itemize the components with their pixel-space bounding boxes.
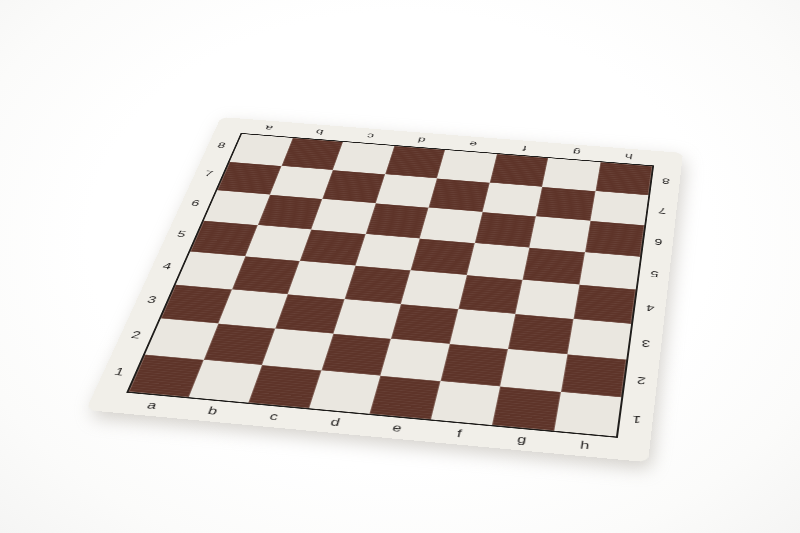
square-f4 bbox=[458, 275, 523, 314]
square-g6 bbox=[529, 216, 590, 252]
square-h5 bbox=[579, 252, 640, 289]
file-label-bottom-e: e bbox=[391, 423, 403, 434]
square-d6 bbox=[365, 203, 428, 238]
square-d2 bbox=[321, 334, 391, 376]
square-d8 bbox=[385, 146, 445, 178]
rank-label-left-4: 4 bbox=[161, 262, 173, 271]
rank-label-right-5: 5 bbox=[650, 269, 659, 278]
rank-label-left-5: 5 bbox=[176, 230, 187, 239]
square-d4 bbox=[344, 266, 410, 304]
square-h4 bbox=[573, 285, 636, 324]
square-e7 bbox=[429, 178, 490, 212]
square-h7 bbox=[590, 191, 648, 225]
rank-label-right-7: 7 bbox=[658, 206, 667, 214]
square-f7 bbox=[482, 182, 542, 216]
square-d1 bbox=[309, 370, 381, 414]
chessboard-mat: aabbccddeeffgghh8877665544332211 bbox=[86, 117, 683, 462]
square-d3 bbox=[333, 299, 401, 339]
square-e1 bbox=[369, 375, 440, 419]
square-h2 bbox=[561, 354, 627, 397]
square-e5 bbox=[411, 238, 475, 275]
rank-label-right-6: 6 bbox=[654, 237, 663, 246]
square-g4 bbox=[515, 280, 579, 319]
square-d5 bbox=[355, 234, 420, 271]
square-h1 bbox=[554, 392, 621, 437]
file-label-bottom-g: g bbox=[516, 434, 527, 445]
file-label-bottom-h: h bbox=[579, 440, 590, 451]
file-label-top-h: h bbox=[625, 152, 634, 160]
square-g1 bbox=[492, 386, 561, 431]
file-label-bottom-f: f bbox=[456, 429, 463, 440]
file-label-bottom-c: c bbox=[268, 411, 279, 422]
square-h8 bbox=[595, 162, 652, 195]
rank-label-right-2: 2 bbox=[636, 375, 646, 386]
photo-background: aabbccddeeffgghh8877665544332211 bbox=[0, 0, 800, 533]
file-label-bottom-b: b bbox=[206, 406, 219, 417]
square-c6 bbox=[311, 199, 375, 234]
square-f8 bbox=[489, 154, 548, 187]
square-e4 bbox=[401, 270, 466, 308]
board-grid bbox=[126, 133, 654, 438]
rank-label-left-7: 7 bbox=[203, 170, 214, 178]
square-e8 bbox=[437, 150, 497, 182]
rank-label-left-6: 6 bbox=[190, 199, 201, 207]
square-e3 bbox=[391, 304, 458, 344]
square-g5 bbox=[523, 247, 585, 284]
file-label-top-c: c bbox=[366, 132, 375, 140]
square-c7 bbox=[322, 170, 384, 203]
square-g8 bbox=[542, 158, 600, 191]
file-label-top-f: f bbox=[522, 144, 527, 151]
rank-label-left-2: 2 bbox=[130, 330, 143, 340]
rank-label-left-1: 1 bbox=[113, 367, 126, 378]
square-h3 bbox=[567, 319, 631, 360]
square-f2 bbox=[440, 344, 508, 386]
square-g2 bbox=[500, 349, 567, 392]
square-f6 bbox=[474, 212, 535, 247]
rank-label-right-4: 4 bbox=[646, 303, 655, 313]
file-label-top-b: b bbox=[315, 128, 325, 136]
rank-label-right-8: 8 bbox=[662, 177, 671, 185]
square-g3 bbox=[508, 314, 573, 355]
square-c8 bbox=[333, 142, 394, 174]
square-f1 bbox=[431, 381, 501, 425]
file-label-top-a: a bbox=[264, 124, 274, 132]
square-d7 bbox=[375, 174, 437, 208]
rank-label-right-1: 1 bbox=[631, 414, 641, 425]
file-label-top-e: e bbox=[468, 140, 477, 148]
square-f3 bbox=[449, 309, 515, 349]
square-g7 bbox=[536, 187, 595, 221]
square-e6 bbox=[420, 208, 482, 243]
rank-label-left-8: 8 bbox=[216, 142, 227, 150]
square-f5 bbox=[466, 243, 529, 280]
file-label-top-g: g bbox=[572, 148, 581, 156]
square-e2 bbox=[380, 339, 449, 381]
file-label-bottom-d: d bbox=[329, 417, 341, 428]
file-label-bottom-a: a bbox=[145, 400, 158, 411]
rank-label-right-3: 3 bbox=[641, 338, 651, 348]
file-label-top-d: d bbox=[417, 136, 427, 144]
square-h6 bbox=[585, 221, 645, 257]
rank-label-left-3: 3 bbox=[146, 295, 158, 305]
